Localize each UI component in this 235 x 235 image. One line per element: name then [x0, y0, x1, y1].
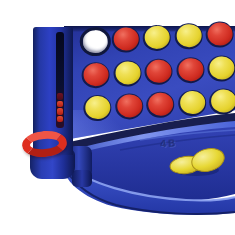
grid-cell — [144, 88, 177, 123]
grid-cell — [207, 85, 235, 120]
grid-cell — [206, 51, 235, 86]
grid-cell — [143, 55, 176, 90]
grid-cell — [113, 90, 146, 125]
yellow-disc — [114, 60, 140, 84]
connect-four-photo: 4B 4B — [0, 0, 235, 235]
yellow-disc — [211, 89, 235, 113]
grid-cell — [82, 91, 115, 126]
grid-cell — [111, 56, 144, 91]
stored-disc — [57, 116, 63, 123]
hinge-knuckle-lower — [72, 170, 92, 187]
connect-four-grid — [78, 18, 235, 127]
grid-cell — [80, 58, 113, 93]
stored-disc — [57, 101, 63, 108]
grid-cell — [109, 23, 142, 58]
disc-storage-slot — [56, 32, 64, 128]
grid-cell — [78, 24, 111, 59]
red-disc — [177, 57, 203, 81]
grid-cell — [174, 53, 207, 88]
grid-cell — [172, 19, 205, 54]
empty-hole — [79, 26, 111, 57]
stored-disc — [57, 93, 63, 100]
embossed-logo: 4B — [160, 137, 177, 149]
grid-cell — [176, 86, 209, 121]
stored-disc — [57, 108, 63, 115]
grid-cell — [141, 21, 174, 56]
grid-cell — [204, 18, 235, 53]
